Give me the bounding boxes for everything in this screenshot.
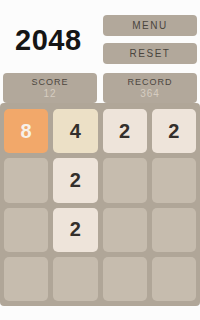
score-value: 12: [43, 88, 56, 100]
empty-cell: [103, 208, 147, 252]
empty-cell: [4, 158, 48, 202]
empty-cell: [4, 208, 48, 252]
menu-button[interactable]: MENU: [103, 15, 197, 36]
tile-2: 2: [103, 109, 147, 153]
tile-2: 2: [53, 208, 97, 252]
empty-cell: [103, 257, 147, 301]
record-panel: RECORD 364: [103, 73, 197, 103]
tile-2: 2: [152, 109, 196, 153]
empty-cell: [53, 257, 97, 301]
empty-cell: [152, 158, 196, 202]
app-window: 2048 MENU RESET SCORE 12 RECORD 364 8422…: [0, 0, 200, 320]
score-label: SCORE: [31, 77, 68, 88]
app-title: 2048: [15, 24, 82, 57]
empty-cell: [152, 257, 196, 301]
record-value: 364: [140, 88, 160, 100]
empty-cell: [152, 208, 196, 252]
tile-8: 8: [4, 109, 48, 153]
empty-cell: [103, 158, 147, 202]
score-panel: SCORE 12: [3, 73, 97, 103]
empty-cell: [4, 257, 48, 301]
reset-button[interactable]: RESET: [103, 43, 197, 64]
game-board[interactable]: 842222: [0, 103, 200, 306]
record-label: RECORD: [127, 77, 172, 88]
tile-2: 2: [53, 158, 97, 202]
tile-4: 4: [53, 109, 97, 153]
